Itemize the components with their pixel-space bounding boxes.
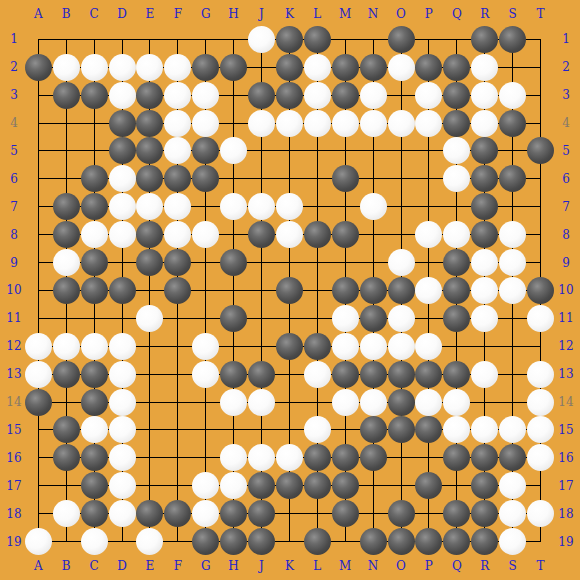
col-label-bottom-C: C: [90, 560, 99, 572]
white-stone-M12[interactable]: [332, 333, 359, 360]
white-stone-P4[interactable]: [415, 110, 442, 137]
black-stone-T5[interactable]: [527, 137, 554, 164]
col-label-bottom-G: G: [201, 560, 211, 572]
white-stone-G18[interactable]: [192, 500, 219, 527]
white-stone-H14[interactable]: [220, 389, 247, 416]
white-stone-G4[interactable]: [192, 110, 219, 137]
white-stone-F4[interactable]: [164, 110, 191, 137]
col-label-top-L: L: [313, 8, 321, 20]
white-stone-T15[interactable]: [527, 416, 554, 443]
black-stone-N15[interactable]: [360, 416, 387, 443]
white-stone-S10[interactable]: [499, 277, 526, 304]
black-stone-H18[interactable]: [220, 500, 247, 527]
white-stone-F5[interactable]: [164, 137, 191, 164]
white-stone-P8[interactable]: [415, 221, 442, 248]
black-stone-B3[interactable]: [53, 82, 80, 109]
white-stone-K16[interactable]: [276, 444, 303, 471]
white-stone-R15[interactable]: [471, 416, 498, 443]
white-stone-D3[interactable]: [109, 82, 136, 109]
black-stone-P13[interactable]: [415, 361, 442, 388]
col-label-top-P: P: [425, 8, 433, 20]
col-label-bottom-F: F: [174, 560, 182, 572]
white-stone-H7[interactable]: [220, 193, 247, 220]
black-stone-F10[interactable]: [164, 277, 191, 304]
col-label-bottom-P: P: [425, 560, 433, 572]
white-stone-R4[interactable]: [471, 110, 498, 137]
black-stone-N10[interactable]: [360, 277, 387, 304]
white-stone-H5[interactable]: [220, 137, 247, 164]
row-label-left-17: 17: [6, 480, 21, 492]
white-stone-F8[interactable]: [164, 221, 191, 248]
row-label-right-10: 10: [558, 284, 573, 296]
white-stone-J7[interactable]: [248, 193, 275, 220]
col-label-bottom-M: M: [339, 560, 351, 572]
white-stone-K4[interactable]: [276, 110, 303, 137]
row-label-right-11: 11: [558, 312, 573, 324]
white-stone-K7[interactable]: [276, 193, 303, 220]
black-stone-E18[interactable]: [136, 500, 163, 527]
black-stone-E6[interactable]: [136, 165, 163, 192]
white-stone-M14[interactable]: [332, 389, 359, 416]
white-stone-E11[interactable]: [136, 305, 163, 332]
white-stone-F2[interactable]: [164, 54, 191, 81]
black-stone-N16[interactable]: [360, 444, 387, 471]
row-label-left-3: 3: [10, 89, 18, 101]
white-stone-D17[interactable]: [109, 472, 136, 499]
black-stone-C3[interactable]: [81, 82, 108, 109]
row-label-left-2: 2: [10, 61, 18, 73]
row-label-right-5: 5: [562, 145, 570, 157]
row-label-left-8: 8: [10, 229, 18, 241]
white-stone-R10[interactable]: [471, 277, 498, 304]
black-stone-Q9[interactable]: [443, 249, 470, 276]
white-stone-N14[interactable]: [360, 389, 387, 416]
black-stone-L17[interactable]: [304, 472, 331, 499]
white-stone-J4[interactable]: [248, 110, 275, 137]
black-stone-R8[interactable]: [471, 221, 498, 248]
row-label-left-9: 9: [10, 257, 18, 269]
black-stone-M13[interactable]: [332, 361, 359, 388]
row-label-left-19: 19: [6, 536, 21, 548]
black-stone-O18[interactable]: [388, 500, 415, 527]
black-stone-S6[interactable]: [499, 165, 526, 192]
white-stone-T18[interactable]: [527, 500, 554, 527]
black-stone-E5[interactable]: [136, 137, 163, 164]
white-stone-L4[interactable]: [304, 110, 331, 137]
row-label-left-12: 12: [6, 340, 21, 352]
black-stone-E4[interactable]: [136, 110, 163, 137]
white-stone-R11[interactable]: [471, 305, 498, 332]
col-label-top-B: B: [62, 8, 71, 20]
black-stone-F18[interactable]: [164, 500, 191, 527]
white-stone-Q8[interactable]: [443, 221, 470, 248]
black-stone-Q13[interactable]: [443, 361, 470, 388]
black-stone-B16[interactable]: [53, 444, 80, 471]
col-label-bottom-T: T: [536, 560, 544, 572]
black-stone-L1[interactable]: [304, 26, 331, 53]
white-stone-D14[interactable]: [109, 389, 136, 416]
row-label-left-18: 18: [6, 508, 21, 520]
black-stone-D4[interactable]: [109, 110, 136, 137]
col-label-bottom-R: R: [480, 560, 489, 572]
row-label-left-10: 10: [6, 284, 21, 296]
white-stone-D8[interactable]: [109, 221, 136, 248]
black-stone-N19[interactable]: [360, 528, 387, 555]
white-stone-Q6[interactable]: [443, 165, 470, 192]
col-label-top-E: E: [146, 8, 155, 20]
white-stone-C15[interactable]: [81, 416, 108, 443]
white-stone-B12[interactable]: [53, 333, 80, 360]
black-stone-L12[interactable]: [304, 333, 331, 360]
black-stone-K1[interactable]: [276, 26, 303, 53]
black-stone-R17[interactable]: [471, 472, 498, 499]
col-label-bottom-A: A: [34, 560, 43, 572]
black-stone-J18[interactable]: [248, 500, 275, 527]
black-stone-R7[interactable]: [471, 193, 498, 220]
row-label-left-6: 6: [10, 173, 18, 185]
black-stone-J3[interactable]: [248, 82, 275, 109]
black-stone-C7[interactable]: [81, 193, 108, 220]
col-label-top-C: C: [90, 8, 99, 20]
white-stone-N4[interactable]: [360, 110, 387, 137]
white-stone-E7[interactable]: [136, 193, 163, 220]
black-stone-C9[interactable]: [81, 249, 108, 276]
col-label-bottom-H: H: [228, 560, 238, 572]
black-stone-K3[interactable]: [276, 82, 303, 109]
white-stone-D13[interactable]: [109, 361, 136, 388]
black-stone-C10[interactable]: [81, 277, 108, 304]
black-stone-L8[interactable]: [304, 221, 331, 248]
white-stone-N3[interactable]: [360, 82, 387, 109]
black-stone-G19[interactable]: [192, 528, 219, 555]
white-stone-D7[interactable]: [109, 193, 136, 220]
black-stone-M16[interactable]: [332, 444, 359, 471]
black-stone-F9[interactable]: [164, 249, 191, 276]
white-stone-T13[interactable]: [527, 361, 554, 388]
col-label-top-D: D: [117, 8, 127, 20]
row-label-left-11: 11: [6, 312, 21, 324]
white-stone-S8[interactable]: [499, 221, 526, 248]
row-label-right-9: 9: [562, 257, 570, 269]
white-stone-O4[interactable]: [388, 110, 415, 137]
black-stone-M17[interactable]: [332, 472, 359, 499]
col-label-bottom-J: J: [259, 560, 264, 572]
white-stone-E19[interactable]: [136, 528, 163, 555]
black-stone-A2[interactable]: [25, 54, 52, 81]
white-stone-G12[interactable]: [192, 333, 219, 360]
black-stone-N11[interactable]: [360, 305, 387, 332]
white-stone-T11[interactable]: [527, 305, 554, 332]
black-stone-A14[interactable]: [25, 389, 52, 416]
white-stone-M4[interactable]: [332, 110, 359, 137]
black-stone-Q3[interactable]: [443, 82, 470, 109]
black-stone-G5[interactable]: [192, 137, 219, 164]
black-stone-O10[interactable]: [388, 277, 415, 304]
col-label-top-O: O: [396, 8, 406, 20]
black-stone-K2[interactable]: [276, 54, 303, 81]
black-stone-S16[interactable]: [499, 444, 526, 471]
white-stone-T16[interactable]: [527, 444, 554, 471]
black-stone-H2[interactable]: [220, 54, 247, 81]
col-label-top-A: A: [34, 8, 43, 20]
white-stone-S3[interactable]: [499, 82, 526, 109]
row-label-left-5: 5: [10, 145, 18, 157]
white-stone-G8[interactable]: [192, 221, 219, 248]
black-stone-K12[interactable]: [276, 333, 303, 360]
row-label-right-16: 16: [558, 452, 573, 464]
row-label-right-4: 4: [562, 117, 570, 129]
white-stone-O12[interactable]: [388, 333, 415, 360]
black-stone-N13[interactable]: [360, 361, 387, 388]
white-stone-Q5[interactable]: [443, 137, 470, 164]
white-stone-B9[interactable]: [53, 249, 80, 276]
black-stone-S4[interactable]: [499, 110, 526, 137]
row-label-right-2: 2: [562, 61, 570, 73]
black-stone-H9[interactable]: [220, 249, 247, 276]
black-stone-P2[interactable]: [415, 54, 442, 81]
white-stone-S9[interactable]: [499, 249, 526, 276]
black-stone-H11[interactable]: [220, 305, 247, 332]
white-stone-P10[interactable]: [415, 277, 442, 304]
black-stone-G6[interactable]: [192, 165, 219, 192]
black-stone-F6[interactable]: [164, 165, 191, 192]
col-label-bottom-S: S: [508, 560, 516, 572]
white-stone-M11[interactable]: [332, 305, 359, 332]
black-stone-J19[interactable]: [248, 528, 275, 555]
black-stone-N2[interactable]: [360, 54, 387, 81]
black-stone-T10[interactable]: [527, 277, 554, 304]
row-label-right-12: 12: [558, 340, 573, 352]
white-stone-L13[interactable]: [304, 361, 331, 388]
white-stone-S17[interactable]: [499, 472, 526, 499]
white-stone-T14[interactable]: [527, 389, 554, 416]
black-stone-P19[interactable]: [415, 528, 442, 555]
white-stone-R3[interactable]: [471, 82, 498, 109]
white-stone-S18[interactable]: [499, 500, 526, 527]
black-stone-O19[interactable]: [388, 528, 415, 555]
black-stone-E3[interactable]: [136, 82, 163, 109]
black-stone-C13[interactable]: [81, 361, 108, 388]
black-stone-M2[interactable]: [332, 54, 359, 81]
white-stone-G3[interactable]: [192, 82, 219, 109]
black-stone-Q11[interactable]: [443, 305, 470, 332]
col-label-top-R: R: [480, 8, 489, 20]
col-label-top-H: H: [228, 8, 238, 20]
black-stone-O1[interactable]: [388, 26, 415, 53]
black-stone-H19[interactable]: [220, 528, 247, 555]
black-stone-Q10[interactable]: [443, 277, 470, 304]
row-label-right-7: 7: [562, 201, 570, 213]
col-label-top-K: K: [285, 8, 294, 20]
black-stone-R16[interactable]: [471, 444, 498, 471]
white-stone-C8[interactable]: [81, 221, 108, 248]
white-stone-P14[interactable]: [415, 389, 442, 416]
col-label-top-T: T: [536, 8, 544, 20]
white-stone-R2[interactable]: [471, 54, 498, 81]
white-stone-S15[interactable]: [499, 416, 526, 443]
white-stone-E2[interactable]: [136, 54, 163, 81]
black-stone-J13[interactable]: [248, 361, 275, 388]
white-stone-B18[interactable]: [53, 500, 80, 527]
white-stone-R9[interactable]: [471, 249, 498, 276]
col-label-top-S: S: [508, 8, 516, 20]
white-stone-Q14[interactable]: [443, 389, 470, 416]
black-stone-M18[interactable]: [332, 500, 359, 527]
black-stone-D5[interactable]: [109, 137, 136, 164]
white-stone-O11[interactable]: [388, 305, 415, 332]
black-stone-M3[interactable]: [332, 82, 359, 109]
white-stone-F3[interactable]: [164, 82, 191, 109]
black-stone-K10[interactable]: [276, 277, 303, 304]
black-stone-S1[interactable]: [499, 26, 526, 53]
white-stone-G17[interactable]: [192, 472, 219, 499]
white-stone-J1[interactable]: [248, 26, 275, 53]
black-stone-R1[interactable]: [471, 26, 498, 53]
black-stone-L16[interactable]: [304, 444, 331, 471]
black-stone-E8[interactable]: [136, 221, 163, 248]
white-stone-D15[interactable]: [109, 416, 136, 443]
row-label-right-13: 13: [558, 368, 573, 380]
black-stone-M6[interactable]: [332, 165, 359, 192]
black-stone-C6[interactable]: [81, 165, 108, 192]
black-stone-C16[interactable]: [81, 444, 108, 471]
white-stone-J14[interactable]: [248, 389, 275, 416]
row-label-left-4: 4: [10, 117, 18, 129]
row-label-left-13: 13: [6, 368, 21, 380]
row-label-left-15: 15: [6, 424, 21, 436]
black-stone-E9[interactable]: [136, 249, 163, 276]
white-stone-P12[interactable]: [415, 333, 442, 360]
col-label-bottom-D: D: [117, 560, 127, 572]
col-label-top-G: G: [201, 8, 211, 20]
black-stone-O13[interactable]: [388, 361, 415, 388]
white-stone-G13[interactable]: [192, 361, 219, 388]
white-stone-L15[interactable]: [304, 416, 331, 443]
go-board[interactable]: ABCDEFGHJKLMNOPQRST ABCDEFGHJKLMNOPQRST …: [0, 0, 580, 580]
col-label-bottom-Q: Q: [452, 560, 462, 572]
black-stone-O14[interactable]: [388, 389, 415, 416]
white-stone-K8[interactable]: [276, 221, 303, 248]
black-stone-P15[interactable]: [415, 416, 442, 443]
row-label-right-17: 17: [558, 480, 573, 492]
white-stone-N7[interactable]: [360, 193, 387, 220]
white-stone-D16[interactable]: [109, 444, 136, 471]
black-stone-Q4[interactable]: [443, 110, 470, 137]
black-stone-M8[interactable]: [332, 221, 359, 248]
white-stone-F7[interactable]: [164, 193, 191, 220]
black-stone-Q16[interactable]: [443, 444, 470, 471]
row-label-right-1: 1: [562, 33, 570, 45]
white-stone-P3[interactable]: [415, 82, 442, 109]
white-stone-J16[interactable]: [248, 444, 275, 471]
black-stone-R19[interactable]: [471, 528, 498, 555]
row-label-right-19: 19: [558, 536, 573, 548]
col-label-top-N: N: [368, 8, 379, 20]
white-stone-N12[interactable]: [360, 333, 387, 360]
col-label-bottom-O: O: [396, 560, 406, 572]
black-stone-C14[interactable]: [81, 389, 108, 416]
col-label-bottom-E: E: [146, 560, 155, 572]
white-stone-H17[interactable]: [220, 472, 247, 499]
black-stone-H13[interactable]: [220, 361, 247, 388]
black-stone-B13[interactable]: [53, 361, 80, 388]
col-label-top-F: F: [174, 8, 182, 20]
white-stone-D18[interactable]: [109, 500, 136, 527]
white-stone-L2[interactable]: [304, 54, 331, 81]
white-stone-L3[interactable]: [304, 82, 331, 109]
black-stone-O15[interactable]: [388, 416, 415, 443]
black-stone-L19[interactable]: [304, 528, 331, 555]
white-stone-A13[interactable]: [25, 361, 52, 388]
col-label-top-J: J: [259, 8, 264, 20]
white-stone-D2[interactable]: [109, 54, 136, 81]
row-label-left-7: 7: [10, 201, 18, 213]
row-label-left-14: 14: [6, 396, 21, 408]
col-label-bottom-B: B: [62, 560, 71, 572]
white-stone-D12[interactable]: [109, 333, 136, 360]
white-stone-B2[interactable]: [53, 54, 80, 81]
white-stone-S19[interactable]: [499, 528, 526, 555]
row-label-left-16: 16: [6, 452, 21, 464]
col-label-top-Q: Q: [452, 8, 462, 20]
white-stone-R13[interactable]: [471, 361, 498, 388]
white-stone-C12[interactable]: [81, 333, 108, 360]
row-label-right-8: 8: [562, 229, 570, 241]
black-stone-K17[interactable]: [276, 472, 303, 499]
white-stone-C19[interactable]: [81, 528, 108, 555]
black-stone-C17[interactable]: [81, 472, 108, 499]
black-stone-Q18[interactable]: [443, 500, 470, 527]
black-stone-Q19[interactable]: [443, 528, 470, 555]
black-stone-R5[interactable]: [471, 137, 498, 164]
col-label-bottom-K: K: [285, 560, 294, 572]
black-stone-R6[interactable]: [471, 165, 498, 192]
col-label-bottom-L: L: [313, 560, 321, 572]
black-stone-Q2[interactable]: [443, 54, 470, 81]
row-label-right-18: 18: [558, 508, 573, 520]
white-stone-O2[interactable]: [388, 54, 415, 81]
white-stone-C2[interactable]: [81, 54, 108, 81]
white-stone-D6[interactable]: [109, 165, 136, 192]
black-stone-J8[interactable]: [248, 221, 275, 248]
row-label-right-3: 3: [562, 89, 570, 101]
black-stone-J17[interactable]: [248, 472, 275, 499]
white-stone-A19[interactable]: [25, 528, 52, 555]
black-stone-R18[interactable]: [471, 500, 498, 527]
col-label-bottom-N: N: [368, 560, 379, 572]
black-stone-B15[interactable]: [53, 416, 80, 443]
black-stone-P17[interactable]: [415, 472, 442, 499]
row-label-left-1: 1: [10, 33, 18, 45]
col-label-top-M: M: [339, 8, 351, 20]
row-label-right-14: 14: [558, 396, 573, 408]
black-stone-G2[interactable]: [192, 54, 219, 81]
white-stone-H16[interactable]: [220, 444, 247, 471]
black-stone-D10[interactable]: [109, 277, 136, 304]
black-stone-C18[interactable]: [81, 500, 108, 527]
row-label-right-6: 6: [562, 173, 570, 185]
white-stone-Q15[interactable]: [443, 416, 470, 443]
white-stone-O9[interactable]: [388, 249, 415, 276]
white-stone-A12[interactable]: [25, 333, 52, 360]
black-stone-B7[interactable]: [53, 193, 80, 220]
black-stone-B8[interactable]: [53, 221, 80, 248]
black-stone-M10[interactable]: [332, 277, 359, 304]
black-stone-B10[interactable]: [53, 277, 80, 304]
row-label-right-15: 15: [558, 424, 573, 436]
